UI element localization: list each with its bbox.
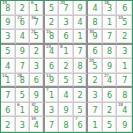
digit: 4 [78,17,83,27]
cell-r3c8[interactable]: 7 [103,30,118,45]
digit: 1 [49,90,54,100]
cell-r2c7[interactable]: 8 [88,16,103,31]
digit: 2 [122,31,127,41]
digit: 5 [78,105,83,115]
digit: 2 [93,75,98,85]
digit: 3 [20,120,25,130]
cell-r9c7[interactable]: 1 [88,117,103,132]
cell-r7c2[interactable]: 5 [16,88,31,103]
digit: 7 [122,75,127,85]
cell-r9c9[interactable]: 9 [117,117,132,132]
cell-r2c8[interactable]: 1 [103,16,118,31]
digit: 2 [78,90,83,100]
cell-r9c6[interactable]: 76 [74,117,89,132]
cell-r4c4[interactable]: 234 [45,45,60,60]
cage-sum-label: 7 [46,88,48,92]
cage-sum-label: 10 [118,16,123,20]
cell-r9c1[interactable]: 2 [1,117,16,132]
cell-r7c9[interactable]: 8 [117,88,132,103]
digit: 3 [122,46,127,56]
cell-r3c1[interactable]: 3 [1,30,16,45]
cell-r9c8[interactable]: 5 [103,117,118,132]
digit: 1 [20,105,25,115]
cell-r8c5[interactable]: 9 [59,103,74,118]
cell-r1c8[interactable]: 183 [103,1,118,16]
cell-r6c8[interactable]: 274 [103,74,118,89]
digit: 4 [63,90,68,100]
cage-sum-label: 15 [46,30,51,34]
digit: 9 [20,46,25,56]
cell-r2c9[interactable]: 105 [117,16,132,31]
cell-r3c2[interactable]: 4 [16,30,31,45]
digit: 2 [63,61,68,71]
digit: 1 [93,120,98,130]
cell-r6c6[interactable]: 3 [74,74,89,89]
digit: 7 [20,61,25,71]
cell-r1c3[interactable]: 61 [30,1,45,16]
cage-sum-label: 20 [89,59,94,63]
cell-r6c9[interactable]: 7 [117,74,132,89]
cell-r8c2[interactable]: 61 [16,103,31,118]
cell-r3c7[interactable]: 309 [88,30,103,45]
cell-r3c6[interactable]: 1 [74,30,89,45]
digit: 9 [34,90,39,100]
cage-sum-label: 7 [75,117,77,121]
digit: 7 [107,31,112,41]
digit: 5 [5,46,10,56]
digit: 3 [78,75,83,85]
cell-r4c7[interactable]: 6 [88,45,103,60]
cell-r7c7[interactable]: 3 [88,88,103,103]
digit: 5 [107,120,112,130]
cell-r5c5[interactable]: 2 [59,59,74,74]
cage-sum-label: 21 [31,30,36,34]
cage-sum-label: 14 [2,74,7,78]
cell-r8c7[interactable]: 7 [88,103,103,118]
cell-r8c8[interactable]: 2 [103,103,118,118]
digit: 4 [20,31,25,41]
digit: 9 [78,3,83,13]
cell-r1c5[interactable]: 207 [59,1,74,16]
digit: 7 [78,46,83,56]
digit: 5 [20,90,25,100]
digit: 6 [122,3,127,13]
digit: 3 [49,105,54,115]
cage-sum-label: 20 [60,1,65,5]
cell-r2c5[interactable]: 3 [59,16,74,31]
cell-r4c9[interactable]: 3 [117,45,132,60]
cage-sum-label: 18 [118,103,123,107]
cell-r1c6[interactable]: 9 [74,1,89,16]
digit: 3 [93,90,98,100]
digit: 7 [5,90,10,100]
cage-sum-label: 14 [46,74,51,78]
digit: 6 [93,46,98,56]
cell-r8c4[interactable]: 3 [45,103,60,118]
cell-r6c1[interactable]: 141 [1,74,16,89]
cell-r4c2[interactable]: 9 [16,45,31,60]
cell-r8c1[interactable]: 6 [1,103,16,118]
cage-sum-label: 23 [46,45,51,49]
digit: 7 [93,105,98,115]
cell-r3c3[interactable]: 215 [30,30,45,45]
digit: 2 [34,46,39,56]
cage-sum-label: 8 [60,45,62,49]
cage-sum-label: 6 [31,1,33,5]
digit: 1 [34,3,39,13]
cell-r6c5[interactable]: 5 [59,74,74,89]
digit: 9 [122,120,127,130]
cell-r5c6[interactable]: 8 [74,59,89,74]
digit: 8 [63,120,68,130]
digit: 2 [107,105,112,115]
cage-sum-label: 32 [31,103,36,107]
killer-sudoku-board: 1982615207941836927616723481105342151586… [0,0,133,133]
cell-r2c4[interactable]: 2 [45,16,60,31]
cell-r2c6[interactable]: 4 [74,16,89,31]
digit: 1 [78,31,83,41]
digit: 3 [34,61,39,71]
cell-r4c3[interactable]: 2 [30,45,45,60]
cell-r8c9[interactable]: 184 [117,103,132,118]
cell-r1c9[interactable]: 6 [117,1,132,16]
cell-r5c2[interactable]: 7 [16,59,31,74]
digit: 8 [93,17,98,27]
cell-r6c2[interactable]: 288 [16,74,31,89]
cell-r1c4[interactable]: 5 [45,1,60,16]
digit: 1 [107,17,112,27]
cell-r9c4[interactable]: 7 [45,117,60,132]
digit: 7 [49,120,54,130]
cage-sum-label: 16 [31,16,36,20]
digit: 2 [20,3,25,13]
digit: 6 [49,61,54,71]
cell-r3c5[interactable]: 6 [59,30,74,45]
cell-r4c5[interactable]: 81 [59,45,74,60]
cell-r1c2[interactable]: 2 [16,1,31,16]
digit: 4 [93,3,98,13]
cell-r9c3[interactable]: 194 [30,117,45,132]
digit: 8 [107,46,112,56]
cage-sum-label: 27 [17,16,22,20]
cell-r9c2[interactable]: 3 [16,117,31,132]
digit: 6 [34,75,39,85]
digit: 6 [78,120,83,130]
cell-r3c4[interactable]: 158 [45,30,60,45]
cell-r2c3[interactable]: 167 [30,16,45,31]
cell-r7c1[interactable]: 7 [1,88,16,103]
cell-r7c3[interactable]: 9 [30,88,45,103]
cell-r6c3[interactable]: 6 [30,74,45,89]
cell-r5c7[interactable]: 205 [88,59,103,74]
cell-r3c9[interactable]: 2 [117,30,132,45]
cell-r5c9[interactable]: 1 [117,59,132,74]
cell-r4c1[interactable]: 5 [1,45,16,60]
cage-sum-label: 27 [104,74,109,78]
digit: 3 [63,17,68,27]
digit: 1 [63,46,68,56]
digit: 8 [78,61,83,71]
digit: 9 [107,61,112,71]
digit: 4 [5,61,10,71]
digit: 9 [63,105,68,115]
digit: 5 [63,75,68,85]
cell-r4c8[interactable]: 8 [103,45,118,60]
cell-r7c4[interactable]: 71 [45,88,60,103]
cage-sum-label: 6 [17,103,19,107]
cell-r1c1[interactable]: 198 [1,1,16,16]
cell-r5c3[interactable]: 3 [30,59,45,74]
digit: 2 [49,17,54,27]
cell-r2c2[interactable]: 276 [16,16,31,31]
digit: 6 [107,90,112,100]
cell-r6c4[interactable]: 149 [45,74,60,89]
cage-sum-label: 30 [89,30,94,34]
digit: 1 [122,61,127,71]
cell-r1c7[interactable]: 4 [88,1,103,16]
cage-sum-label: 19 [2,1,7,5]
cell-r4c6[interactable]: 7 [74,45,89,60]
digit: 9 [5,17,10,27]
digit: 5 [49,3,54,13]
digit: 6 [5,105,10,115]
cage-sum-label: 19 [31,117,36,121]
cell-r6c7[interactable]: 2 [88,74,103,89]
cage-sum-label: 28 [17,74,22,78]
cell-r5c1[interactable]: 4 [1,59,16,74]
digit: 2 [5,120,10,130]
cell-r7c8[interactable]: 6 [103,88,118,103]
cell-r2c1[interactable]: 9 [1,16,16,31]
cell-r5c8[interactable]: 9 [103,59,118,74]
cell-r7c6[interactable]: 2 [74,88,89,103]
cage-sum-label: 18 [104,1,109,5]
cell-r5c4[interactable]: 6 [45,59,60,74]
cell-r9c5[interactable]: 8 [59,117,74,132]
cell-r7c5[interactable]: 4 [59,88,74,103]
digit: 8 [122,90,127,100]
digit: 3 [5,31,10,41]
digit: 6 [63,31,68,41]
